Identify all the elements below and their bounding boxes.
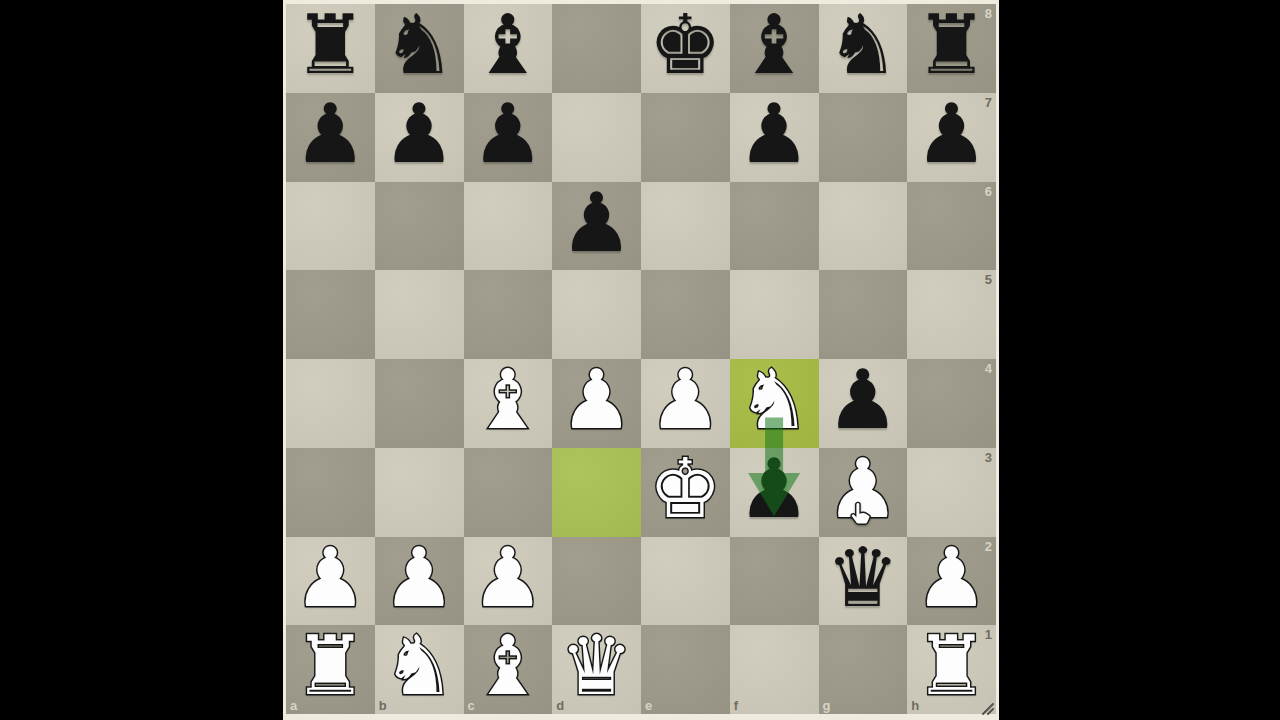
square-a4[interactable] — [286, 359, 375, 448]
square-g6[interactable] — [819, 182, 908, 271]
square-g1[interactable]: g — [819, 625, 908, 714]
square-c1[interactable]: c♝ — [464, 625, 553, 714]
square-g8[interactable]: ♞ — [819, 4, 908, 93]
piece-white-bishop[interactable]: ♝ — [464, 622, 553, 711]
square-a3[interactable] — [286, 448, 375, 537]
square-b8[interactable]: ♞ — [375, 4, 464, 93]
square-c5[interactable] — [464, 270, 553, 359]
piece-white-knight[interactable]: ♞ — [730, 356, 819, 445]
square-f1[interactable]: f — [730, 625, 819, 714]
square-b5[interactable] — [375, 270, 464, 359]
piece-white-pawn[interactable]: ♟ — [464, 534, 553, 623]
piece-black-pawn[interactable]: ♟ — [907, 90, 996, 179]
square-d3[interactable] — [552, 448, 641, 537]
file-label-g: g — [823, 698, 831, 713]
square-e1[interactable]: e — [641, 625, 730, 714]
chess-board[interactable]: ♜♞♝♚♝♞8♜♟♟♟♟7♟♟65♝♟♟♞♟4♚♟♟3♟♟♟♛2♟a♜b♞c♝d… — [286, 4, 996, 714]
square-b4[interactable] — [375, 359, 464, 448]
square-h6[interactable]: 6 — [907, 182, 996, 271]
square-b1[interactable]: b♞ — [375, 625, 464, 714]
square-e3[interactable]: ♚ — [641, 448, 730, 537]
square-c7[interactable]: ♟ — [464, 93, 553, 182]
square-b3[interactable] — [375, 448, 464, 537]
square-g7[interactable] — [819, 93, 908, 182]
square-a5[interactable] — [286, 270, 375, 359]
square-g2[interactable]: ♛ — [819, 537, 908, 626]
square-h2[interactable]: 2♟ — [907, 537, 996, 626]
square-g5[interactable] — [819, 270, 908, 359]
square-a8[interactable]: ♜ — [286, 4, 375, 93]
piece-black-knight[interactable]: ♞ — [819, 1, 908, 90]
piece-white-pawn[interactable]: ♟ — [552, 356, 641, 445]
piece-black-king[interactable]: ♚ — [641, 1, 730, 90]
piece-black-pawn[interactable]: ♟ — [375, 90, 464, 179]
square-b2[interactable]: ♟ — [375, 537, 464, 626]
square-d4[interactable]: ♟ — [552, 359, 641, 448]
piece-white-pawn[interactable]: ♟ — [819, 445, 908, 534]
piece-black-pawn[interactable]: ♟ — [552, 179, 641, 268]
square-g3[interactable]: ♟ — [819, 448, 908, 537]
square-h7[interactable]: 7♟ — [907, 93, 996, 182]
square-d1[interactable]: d♛ — [552, 625, 641, 714]
square-e7[interactable] — [641, 93, 730, 182]
square-d6[interactable]: ♟ — [552, 182, 641, 271]
piece-white-pawn[interactable]: ♟ — [907, 534, 996, 623]
piece-white-queen[interactable]: ♛ — [552, 622, 641, 711]
piece-white-pawn[interactable]: ♟ — [375, 534, 464, 623]
square-e8[interactable]: ♚ — [641, 4, 730, 93]
piece-white-pawn[interactable]: ♟ — [286, 534, 375, 623]
square-h3[interactable]: 3 — [907, 448, 996, 537]
square-f6[interactable] — [730, 182, 819, 271]
square-e6[interactable] — [641, 182, 730, 271]
rank-label-4: 4 — [985, 361, 992, 376]
square-a7[interactable]: ♟ — [286, 93, 375, 182]
square-h5[interactable]: 5 — [907, 270, 996, 359]
square-f2[interactable] — [730, 537, 819, 626]
square-d8[interactable] — [552, 4, 641, 93]
resize-handle-icon[interactable] — [979, 700, 995, 716]
square-c3[interactable] — [464, 448, 553, 537]
rank-label-5: 5 — [985, 272, 992, 287]
piece-black-bishop[interactable]: ♝ — [730, 1, 819, 90]
piece-black-pawn[interactable]: ♟ — [819, 356, 908, 445]
square-f7[interactable]: ♟ — [730, 93, 819, 182]
square-a2[interactable]: ♟ — [286, 537, 375, 626]
square-d2[interactable] — [552, 537, 641, 626]
piece-black-rook[interactable]: ♜ — [286, 1, 375, 90]
piece-black-bishop[interactable]: ♝ — [464, 1, 553, 90]
piece-white-knight[interactable]: ♞ — [375, 622, 464, 711]
piece-white-rook[interactable]: ♜ — [286, 622, 375, 711]
square-a1[interactable]: a♜ — [286, 625, 375, 714]
piece-black-queen[interactable]: ♛ — [819, 534, 908, 623]
file-label-e: e — [645, 698, 652, 713]
letterboxed-stage: ♜♞♝♚♝♞8♜♟♟♟♟7♟♟65♝♟♟♞♟4♚♟♟3♟♟♟♛2♟a♜b♞c♝d… — [0, 0, 1280, 720]
piece-white-rook[interactable]: ♜ — [907, 622, 996, 711]
square-c4[interactable]: ♝ — [464, 359, 553, 448]
board-frame: ♜♞♝♚♝♞8♜♟♟♟♟7♟♟65♝♟♟♞♟4♚♟♟3♟♟♟♛2♟a♜b♞c♝d… — [283, 0, 999, 720]
square-g4[interactable]: ♟ — [819, 359, 908, 448]
square-h8[interactable]: 8♜ — [907, 4, 996, 93]
square-d7[interactable] — [552, 93, 641, 182]
piece-black-pawn[interactable]: ♟ — [286, 90, 375, 179]
square-e2[interactable] — [641, 537, 730, 626]
piece-black-pawn[interactable]: ♟ — [464, 90, 553, 179]
square-h4[interactable]: 4 — [907, 359, 996, 448]
piece-black-rook[interactable]: ♜ — [907, 1, 996, 90]
square-c8[interactable]: ♝ — [464, 4, 553, 93]
square-b6[interactable] — [375, 182, 464, 271]
square-a6[interactable] — [286, 182, 375, 271]
square-b7[interactable]: ♟ — [375, 93, 464, 182]
piece-white-pawn[interactable]: ♟ — [641, 356, 730, 445]
piece-black-pawn[interactable]: ♟ — [730, 445, 819, 534]
square-f5[interactable] — [730, 270, 819, 359]
piece-black-knight[interactable]: ♞ — [375, 1, 464, 90]
piece-white-bishop[interactable]: ♝ — [464, 356, 553, 445]
rank-label-3: 3 — [985, 450, 992, 465]
square-d5[interactable] — [552, 270, 641, 359]
square-f3[interactable]: ♟ — [730, 448, 819, 537]
rank-label-6: 6 — [985, 184, 992, 199]
square-f4[interactable]: ♞ — [730, 359, 819, 448]
square-c6[interactable] — [464, 182, 553, 271]
square-e5[interactable] — [641, 270, 730, 359]
file-label-f: f — [734, 698, 738, 713]
piece-black-pawn[interactable]: ♟ — [730, 90, 819, 179]
square-f8[interactable]: ♝ — [730, 4, 819, 93]
square-e4[interactable]: ♟ — [641, 359, 730, 448]
piece-white-king[interactable]: ♚ — [641, 445, 730, 534]
square-c2[interactable]: ♟ — [464, 537, 553, 626]
